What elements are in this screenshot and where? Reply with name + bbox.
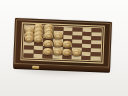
photo-background [0,0,128,96]
field-border-outer [20,22,104,63]
board [13,18,112,69]
brass-hinge [32,66,39,69]
checkers-piece[interactable] [62,49,71,56]
field-border-inner [22,24,102,61]
pieces-layer [23,25,101,60]
checkers-piece[interactable] [44,32,53,39]
checkers-piece[interactable] [43,40,52,47]
checkers-piece[interactable] [72,49,81,56]
checkers-piece[interactable] [24,35,33,42]
checkers-piece[interactable] [43,48,52,55]
checkers-piece[interactable] [63,41,72,48]
folding-chess-board [13,18,112,73]
checkers-piece[interactable] [53,40,62,47]
checkers-piece[interactable] [34,35,43,42]
checkers-piece[interactable] [53,48,62,55]
checkers-piece[interactable] [53,32,62,39]
